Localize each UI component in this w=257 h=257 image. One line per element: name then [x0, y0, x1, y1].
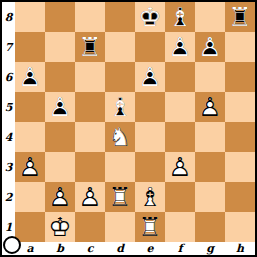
square-f8[interactable]: ♝♗: [165, 2, 195, 32]
square-g8[interactable]: [195, 2, 225, 32]
square-c3[interactable]: [75, 152, 105, 182]
piece-black-pawn-b5[interactable]: ♟♙: [45, 92, 75, 122]
piece-white-pawn-g5[interactable]: ♟♙: [195, 92, 225, 122]
square-f3[interactable]: ♟♙: [165, 152, 195, 182]
file-label-h: h: [225, 242, 255, 255]
piece-black-king-e8[interactable]: ♚♔: [135, 2, 165, 32]
file-label-g: g: [195, 242, 225, 255]
square-g1[interactable]: [195, 212, 225, 242]
square-f6[interactable]: [165, 62, 195, 92]
square-d6[interactable]: [105, 62, 135, 92]
file-label-c: c: [75, 242, 105, 255]
square-a8[interactable]: [15, 2, 45, 32]
piece-white-king-b1[interactable]: ♚♔: [45, 212, 75, 242]
square-d5[interactable]: ♝♗: [105, 92, 135, 122]
square-e1[interactable]: ♜♖: [135, 212, 165, 242]
piece-black-pawn-f7[interactable]: ♟♙: [165, 32, 195, 62]
rank-label-5: 5: [2, 92, 15, 122]
piece-black-pawn-g7[interactable]: ♟♙: [195, 32, 225, 62]
square-a4[interactable]: [15, 122, 45, 152]
file-labels: abcdefgh: [15, 242, 255, 255]
square-d8[interactable]: [105, 2, 135, 32]
file-label-e: e: [135, 242, 165, 255]
square-d1[interactable]: [105, 212, 135, 242]
piece-black-pawn-e6[interactable]: ♟♙: [135, 62, 165, 92]
piece-white-pawn-a3[interactable]: ♟♙: [15, 152, 45, 182]
white-to-move-indicator: [3, 236, 21, 254]
rank-label-2: 2: [2, 182, 15, 212]
square-d2[interactable]: ♜♖: [105, 182, 135, 212]
piece-white-knight-d4[interactable]: ♞♘: [105, 122, 135, 152]
rank-label-7: 7: [2, 32, 15, 62]
rank-labels: 87654321: [2, 2, 15, 242]
file-label-b: b: [45, 242, 75, 255]
square-a3[interactable]: ♟♙: [15, 152, 45, 182]
square-h6[interactable]: [225, 62, 255, 92]
square-a7[interactable]: [15, 32, 45, 62]
square-f5[interactable]: [165, 92, 195, 122]
square-f7[interactable]: ♟♙: [165, 32, 195, 62]
square-b8[interactable]: [45, 2, 75, 32]
piece-white-pawn-f3[interactable]: ♟♙: [165, 152, 195, 182]
file-label-d: d: [105, 242, 135, 255]
piece-black-bishop-f8[interactable]: ♝♗: [165, 2, 195, 32]
square-b3[interactable]: [45, 152, 75, 182]
file-label-f: f: [165, 242, 195, 255]
square-c5[interactable]: [75, 92, 105, 122]
square-e6[interactable]: ♟♙: [135, 62, 165, 92]
square-e3[interactable]: [135, 152, 165, 182]
square-a2[interactable]: [15, 182, 45, 212]
piece-black-bishop-d5[interactable]: ♝♗: [105, 92, 135, 122]
square-g3[interactable]: [195, 152, 225, 182]
square-b5[interactable]: ♟♙: [45, 92, 75, 122]
square-b1[interactable]: ♚♔: [45, 212, 75, 242]
square-c7[interactable]: ♜♖: [75, 32, 105, 62]
square-e8[interactable]: ♚♔: [135, 2, 165, 32]
square-h3[interactable]: [225, 152, 255, 182]
square-d7[interactable]: [105, 32, 135, 62]
square-b4[interactable]: [45, 122, 75, 152]
square-e4[interactable]: [135, 122, 165, 152]
square-a1[interactable]: [15, 212, 45, 242]
square-f2[interactable]: [165, 182, 195, 212]
square-b7[interactable]: [45, 32, 75, 62]
square-b6[interactable]: [45, 62, 75, 92]
chess-board[interactable]: ♚♔♝♗♜♖♜♖♟♙♟♙♟♙♟♙♟♙♝♗♟♙♞♘♟♙♟♙♟♙♟♙♜♖♝♗♚♔♜♖: [15, 2, 255, 242]
square-e2[interactable]: ♝♗: [135, 182, 165, 212]
square-c6[interactable]: [75, 62, 105, 92]
square-h4[interactable]: [225, 122, 255, 152]
square-g2[interactable]: [195, 182, 225, 212]
square-a6[interactable]: ♟♙: [15, 62, 45, 92]
square-c2[interactable]: ♟♙: [75, 182, 105, 212]
square-h2[interactable]: [225, 182, 255, 212]
square-f1[interactable]: [165, 212, 195, 242]
square-d4[interactable]: ♞♘: [105, 122, 135, 152]
square-c4[interactable]: [75, 122, 105, 152]
square-h7[interactable]: [225, 32, 255, 62]
rank-label-6: 6: [2, 62, 15, 92]
square-f4[interactable]: [165, 122, 195, 152]
piece-black-pawn-a6[interactable]: ♟♙: [15, 62, 45, 92]
piece-white-bishop-e2[interactable]: ♝♗: [135, 182, 165, 212]
square-g7[interactable]: ♟♙: [195, 32, 225, 62]
piece-black-rook-c7[interactable]: ♜♖: [75, 32, 105, 62]
rank-label-3: 3: [2, 152, 15, 182]
rank-label-8: 8: [2, 2, 15, 32]
piece-black-rook-h8[interactable]: ♜♖: [225, 2, 255, 32]
chess-diagram: 87654321 ♚♔♝♗♜♖♜♖♟♙♟♙♟♙♟♙♟♙♝♗♟♙♞♘♟♙♟♙♟♙♟…: [0, 0, 257, 257]
square-a5[interactable]: [15, 92, 45, 122]
square-b2[interactable]: ♟♙: [45, 182, 75, 212]
square-g6[interactable]: [195, 62, 225, 92]
square-e5[interactable]: [135, 92, 165, 122]
square-c1[interactable]: [75, 212, 105, 242]
square-g4[interactable]: [195, 122, 225, 152]
square-e7[interactable]: [135, 32, 165, 62]
piece-white-rook-e1[interactable]: ♜♖: [135, 212, 165, 242]
piece-white-pawn-b2[interactable]: ♟♙: [45, 182, 75, 212]
square-h5[interactable]: [225, 92, 255, 122]
piece-white-rook-d2[interactable]: ♜♖: [105, 182, 135, 212]
square-c8[interactable]: [75, 2, 105, 32]
square-g5[interactable]: ♟♙: [195, 92, 225, 122]
rank-label-4: 4: [2, 122, 15, 152]
piece-white-pawn-c2[interactable]: ♟♙: [75, 182, 105, 212]
square-h1[interactable]: [225, 212, 255, 242]
square-h8[interactable]: ♜♖: [225, 2, 255, 32]
square-d3[interactable]: [105, 152, 135, 182]
